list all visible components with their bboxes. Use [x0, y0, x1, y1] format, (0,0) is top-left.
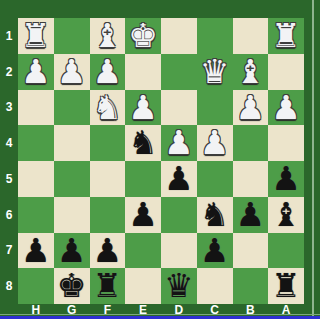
black-knight[interactable]: ♞	[200, 197, 230, 233]
black-pawn[interactable]: ♟	[236, 197, 266, 233]
rank-labels: 12345678	[0, 18, 18, 304]
white-pawn[interactable]: ♟	[128, 90, 158, 126]
black-rook[interactable]: ♜	[93, 268, 123, 304]
square-a5[interactable]: ♟	[268, 161, 304, 197]
chess-diagram: 12345678 ♜♝♚♜♟♟♟♛♝♞♟♟♟♞♟♟♟♟♟♞♟♝♟♟♟♟♚♜♛♜ …	[0, 0, 320, 319]
square-d6[interactable]	[161, 197, 197, 233]
black-pawn[interactable]: ♟	[128, 197, 158, 233]
square-d8[interactable]: ♛	[161, 268, 197, 304]
square-f8[interactable]: ♜	[90, 268, 126, 304]
black-pawn[interactable]: ♟	[21, 233, 51, 269]
square-b3[interactable]: ♟	[233, 90, 269, 126]
white-queen[interactable]: ♛	[200, 54, 230, 90]
white-pawn[interactable]: ♟	[93, 54, 123, 90]
square-f3[interactable]: ♞	[90, 90, 126, 126]
black-pawn[interactable]: ♟	[200, 233, 230, 269]
white-rook[interactable]: ♜	[271, 18, 301, 54]
square-b5[interactable]	[233, 161, 269, 197]
square-e1[interactable]: ♚	[125, 18, 161, 54]
square-e7[interactable]	[125, 233, 161, 269]
white-bishop[interactable]: ♝	[236, 54, 266, 90]
black-queen[interactable]: ♛	[164, 268, 194, 304]
square-g4[interactable]	[54, 125, 90, 161]
square-h6[interactable]	[18, 197, 54, 233]
white-pawn[interactable]: ♟	[200, 125, 230, 161]
square-d4[interactable]: ♟	[161, 125, 197, 161]
rank-label-4: 4	[0, 125, 18, 161]
square-e5[interactable]	[125, 161, 161, 197]
square-h1[interactable]: ♜	[18, 18, 54, 54]
square-e3[interactable]: ♟	[125, 90, 161, 126]
square-c5[interactable]	[197, 161, 233, 197]
square-d3[interactable]	[161, 90, 197, 126]
square-c6[interactable]: ♞	[197, 197, 233, 233]
square-f5[interactable]	[90, 161, 126, 197]
white-pawn[interactable]: ♟	[57, 54, 87, 90]
rank-label-2: 2	[0, 54, 18, 90]
white-pawn[interactable]: ♟	[236, 90, 266, 126]
square-d1[interactable]	[161, 18, 197, 54]
square-e2[interactable]	[125, 54, 161, 90]
square-f6[interactable]	[90, 197, 126, 233]
square-c1[interactable]	[197, 18, 233, 54]
frame-bevel-right	[312, 0, 314, 316]
white-rook[interactable]: ♜	[21, 18, 51, 54]
square-b4[interactable]	[233, 125, 269, 161]
square-f4[interactable]	[90, 125, 126, 161]
square-h7[interactable]: ♟	[18, 233, 54, 269]
rank-label-7: 7	[0, 233, 18, 269]
square-c7[interactable]: ♟	[197, 233, 233, 269]
square-f7[interactable]: ♟	[90, 233, 126, 269]
black-pawn[interactable]: ♟	[271, 161, 301, 197]
square-g6[interactable]	[54, 197, 90, 233]
black-rook[interactable]: ♜	[271, 268, 301, 304]
square-h8[interactable]	[18, 268, 54, 304]
black-knight[interactable]: ♞	[128, 125, 158, 161]
black-king[interactable]: ♚	[57, 268, 87, 304]
square-e4[interactable]: ♞	[125, 125, 161, 161]
square-h5[interactable]	[18, 161, 54, 197]
square-d7[interactable]	[161, 233, 197, 269]
square-c3[interactable]	[197, 90, 233, 126]
square-g1[interactable]	[54, 18, 90, 54]
square-c4[interactable]: ♟	[197, 125, 233, 161]
square-e6[interactable]: ♟	[125, 197, 161, 233]
square-c8[interactable]	[197, 268, 233, 304]
square-f1[interactable]: ♝	[90, 18, 126, 54]
square-h2[interactable]: ♟	[18, 54, 54, 90]
white-pawn[interactable]: ♟	[21, 54, 51, 90]
white-king[interactable]: ♚	[128, 18, 158, 54]
rank-label-1: 1	[0, 18, 18, 54]
white-knight[interactable]: ♞	[93, 90, 123, 126]
rank-label-5: 5	[0, 161, 18, 197]
square-a7[interactable]	[268, 233, 304, 269]
square-f2[interactable]: ♟	[90, 54, 126, 90]
white-bishop[interactable]: ♝	[93, 18, 123, 54]
white-pawn[interactable]: ♟	[271, 90, 301, 126]
square-h3[interactable]	[18, 90, 54, 126]
square-g3[interactable]	[54, 90, 90, 126]
square-a2[interactable]	[268, 54, 304, 90]
square-a6[interactable]: ♝	[268, 197, 304, 233]
square-d5[interactable]: ♟	[161, 161, 197, 197]
square-a3[interactable]: ♟	[268, 90, 304, 126]
square-b8[interactable]	[233, 268, 269, 304]
square-g7[interactable]: ♟	[54, 233, 90, 269]
square-e8[interactable]	[125, 268, 161, 304]
square-b7[interactable]	[233, 233, 269, 269]
square-h4[interactable]	[18, 125, 54, 161]
square-a8[interactable]: ♜	[268, 268, 304, 304]
square-b6[interactable]: ♟	[233, 197, 269, 233]
black-pawn[interactable]: ♟	[57, 233, 87, 269]
rank-label-3: 3	[0, 90, 18, 126]
square-d2[interactable]	[161, 54, 197, 90]
square-a4[interactable]	[268, 125, 304, 161]
square-b1[interactable]	[233, 18, 269, 54]
square-g2[interactable]: ♟	[54, 54, 90, 90]
square-b2[interactable]: ♝	[233, 54, 269, 90]
square-c2[interactable]: ♛	[197, 54, 233, 90]
square-a1[interactable]: ♜	[268, 18, 304, 54]
square-g5[interactable]	[54, 161, 90, 197]
black-bishop[interactable]: ♝	[271, 197, 301, 233]
black-pawn[interactable]: ♟	[164, 161, 194, 197]
white-pawn[interactable]: ♟	[164, 125, 194, 161]
frame-bevel-bottom	[0, 314, 320, 315]
black-pawn[interactable]: ♟	[93, 233, 123, 269]
rank-label-8: 8	[0, 268, 18, 304]
square-g8[interactable]: ♚	[54, 268, 90, 304]
board: ♜♝♚♜♟♟♟♛♝♞♟♟♟♞♟♟♟♟♟♞♟♝♟♟♟♟♚♜♛♜	[18, 18, 304, 304]
rank-label-6: 6	[0, 197, 18, 233]
